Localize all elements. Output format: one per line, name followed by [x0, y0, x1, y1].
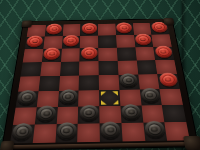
red-checker-piece[interactable] — [43, 48, 60, 60]
square-r5c0[interactable] — [16, 91, 39, 107]
square-r6c1[interactable] — [35, 107, 58, 125]
square-r2c0 — [23, 49, 43, 63]
black-checker-piece[interactable] — [144, 121, 165, 137]
square-r7c5 — [121, 123, 145, 142]
black-checker-piece[interactable] — [79, 105, 98, 120]
square-r0c4 — [98, 24, 116, 36]
red-checker-piece[interactable] — [81, 23, 97, 33]
square-r1c5 — [116, 35, 135, 48]
square-r1c2[interactable] — [62, 36, 81, 49]
board-grid — [10, 23, 190, 144]
square-r7c1 — [32, 124, 56, 143]
red-checker-piece[interactable] — [158, 73, 178, 86]
red-checker-piece[interactable] — [154, 46, 172, 58]
highlight-corner-marker — [112, 91, 118, 95]
square-r7c3 — [77, 123, 99, 142]
frame-corner-post — [163, 18, 174, 25]
square-r3c0[interactable] — [20, 62, 41, 76]
highlight-corner-marker — [101, 100, 107, 105]
square-r3c6[interactable] — [136, 60, 157, 74]
square-r7c2[interactable] — [55, 124, 78, 143]
square-r0c3[interactable] — [80, 24, 98, 36]
black-checker-piece[interactable] — [101, 122, 121, 138]
square-r6c6 — [141, 105, 164, 123]
highlight-corner-marker — [101, 92, 106, 96]
square-r5c1 — [37, 91, 59, 107]
square-r7c0[interactable] — [10, 125, 35, 144]
black-checker-piece[interactable] — [121, 104, 141, 119]
square-r5c7 — [160, 89, 183, 105]
square-r4c6 — [138, 74, 160, 89]
square-r4c3[interactable] — [79, 75, 99, 90]
square-r5c6[interactable] — [139, 89, 162, 105]
square-r5c5 — [119, 89, 141, 105]
square-r1c6[interactable] — [134, 35, 154, 48]
square-r3c4[interactable] — [98, 61, 118, 75]
black-checker-piece[interactable] — [57, 123, 77, 139]
square-r4c7[interactable] — [157, 74, 179, 89]
square-r4c5[interactable] — [118, 75, 139, 90]
square-r5c3 — [78, 90, 99, 106]
square-r6c7[interactable] — [162, 105, 186, 122]
square-r5c2[interactable] — [57, 91, 78, 107]
square-r3c1 — [40, 62, 61, 76]
red-checker-piece[interactable] — [26, 36, 43, 47]
square-r3c7 — [155, 60, 177, 74]
checkers-board — [2, 19, 198, 150]
red-checker-piece[interactable] — [81, 47, 98, 59]
square-r6c3[interactable] — [78, 106, 100, 124]
red-checker-piece[interactable] — [63, 35, 79, 46]
square-r2c1[interactable] — [42, 49, 62, 63]
square-r7c6[interactable] — [143, 122, 167, 141]
black-checker-piece[interactable] — [119, 74, 138, 87]
square-r4c1[interactable] — [38, 76, 59, 91]
square-r2c4 — [98, 48, 117, 62]
square-r2c5[interactable] — [117, 47, 137, 60]
black-checker-piece[interactable] — [36, 106, 56, 121]
square-r4c2 — [59, 76, 80, 91]
black-checker-piece[interactable] — [141, 88, 161, 102]
checkers-scene — [2, 0, 198, 148]
frame-corner-post — [0, 141, 14, 150]
square-r6c2 — [56, 107, 78, 125]
black-checker-piece[interactable] — [17, 90, 37, 104]
square-r6c4 — [99, 106, 121, 124]
square-r3c2[interactable] — [60, 62, 80, 76]
square-r4c0 — [18, 76, 40, 91]
square-r2c7[interactable] — [153, 47, 174, 60]
frame-corner-post — [183, 136, 200, 150]
square-r4c4 — [99, 75, 119, 90]
square-r6c0 — [13, 107, 37, 125]
red-checker-piece[interactable] — [135, 34, 152, 45]
square-r0c1[interactable] — [45, 24, 64, 36]
square-r2c6 — [135, 47, 155, 60]
square-r7c4[interactable] — [100, 123, 123, 142]
red-checker-piece[interactable] — [116, 23, 132, 33]
square-r3c3 — [79, 61, 99, 75]
square-r1c0[interactable] — [25, 37, 45, 50]
square-r2c2 — [61, 48, 80, 62]
square-r6c5[interactable] — [120, 105, 143, 123]
square-r2c3[interactable] — [80, 48, 99, 62]
square-r3c5 — [117, 61, 137, 75]
square-r5c4[interactable] — [99, 90, 120, 106]
black-checker-piece[interactable] — [12, 123, 34, 139]
red-checker-piece[interactable] — [46, 24, 62, 35]
frame-corner-post — [21, 20, 32, 27]
highlight-corner-marker — [113, 100, 119, 105]
black-checker-piece[interactable] — [59, 90, 78, 104]
square-r0c5[interactable] — [115, 23, 134, 35]
square-r1c4[interactable] — [98, 35, 117, 48]
